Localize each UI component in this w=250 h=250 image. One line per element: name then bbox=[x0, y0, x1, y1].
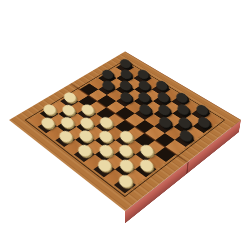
product-photo: ●●●●●●●●●●●●●●●●●●●●●●●●●●●●●●●●●●●●●●●● bbox=[0, 0, 250, 250]
board-grid bbox=[29, 62, 221, 193]
photo-scene: ●●●●●●●●●●●●●●●●●●●●●●●●●●●●●●●●●●●●●●●● bbox=[0, 0, 250, 250]
checkers-board: ●●●●●●●●●●●●●●●●●●●●●●●●●●●●●●●●●●●●●●●● bbox=[9, 51, 241, 211]
fold-seam-side bbox=[186, 162, 188, 175]
